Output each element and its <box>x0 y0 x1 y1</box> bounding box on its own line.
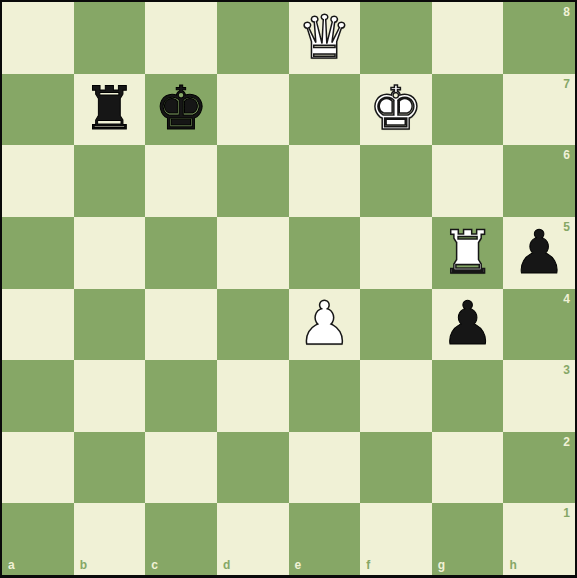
square-e1[interactable]: e <box>289 503 361 575</box>
square-f8[interactable] <box>360 2 432 74</box>
square-h7[interactable]: 7 <box>503 74 575 146</box>
square-b7[interactable]: ♜ <box>74 74 146 146</box>
rank-label-8: 8 <box>563 6 570 18</box>
square-d5[interactable] <box>217 217 289 289</box>
piece-white-king-f7[interactable]: ♚ <box>369 78 423 138</box>
file-label-e: e <box>295 559 302 571</box>
square-g5[interactable]: ♜ <box>432 217 504 289</box>
square-f5[interactable] <box>360 217 432 289</box>
square-b1[interactable]: b <box>74 503 146 575</box>
piece-white-rook-g5[interactable]: ♜ <box>441 222 495 282</box>
square-e3[interactable] <box>289 360 361 432</box>
square-e7[interactable] <box>289 74 361 146</box>
square-c6[interactable] <box>145 145 217 217</box>
square-f7[interactable]: ♚ <box>360 74 432 146</box>
square-h5[interactable]: 5♟ <box>503 217 575 289</box>
square-c8[interactable] <box>145 2 217 74</box>
square-e2[interactable] <box>289 432 361 504</box>
square-d1[interactable]: d <box>217 503 289 575</box>
square-h2[interactable]: 2 <box>503 432 575 504</box>
square-a5[interactable] <box>2 217 74 289</box>
file-label-c: c <box>151 559 158 571</box>
square-b6[interactable] <box>74 145 146 217</box>
chess-board: ♛8♜♚♚76♜5♟♟♟432abcdefg1h <box>0 0 577 578</box>
file-label-a: a <box>8 559 15 571</box>
square-a6[interactable] <box>2 145 74 217</box>
square-a1[interactable]: a <box>2 503 74 575</box>
piece-black-rook-b7[interactable]: ♜ <box>83 78 137 138</box>
square-h8[interactable]: 8 <box>503 2 575 74</box>
square-c3[interactable] <box>145 360 217 432</box>
square-c7[interactable]: ♚ <box>145 74 217 146</box>
piece-white-queen-e8[interactable]: ♛ <box>297 7 351 67</box>
square-c5[interactable] <box>145 217 217 289</box>
square-b8[interactable] <box>74 2 146 74</box>
square-h4[interactable]: 4 <box>503 289 575 361</box>
square-a4[interactable] <box>2 289 74 361</box>
square-b4[interactable] <box>74 289 146 361</box>
square-g6[interactable] <box>432 145 504 217</box>
file-label-h: h <box>509 559 516 571</box>
square-h1[interactable]: 1h <box>503 503 575 575</box>
square-g1[interactable]: g <box>432 503 504 575</box>
rank-label-7: 7 <box>563 78 570 90</box>
square-h3[interactable]: 3 <box>503 360 575 432</box>
file-label-d: d <box>223 559 230 571</box>
rank-label-3: 3 <box>563 364 570 376</box>
square-d2[interactable] <box>217 432 289 504</box>
square-e8[interactable]: ♛ <box>289 2 361 74</box>
piece-black-king-c7[interactable]: ♚ <box>154 78 208 138</box>
square-d3[interactable] <box>217 360 289 432</box>
square-f3[interactable] <box>360 360 432 432</box>
square-a7[interactable] <box>2 74 74 146</box>
file-label-b: b <box>80 559 87 571</box>
square-b2[interactable] <box>74 432 146 504</box>
piece-white-pawn-e4[interactable]: ♟ <box>297 293 351 353</box>
rank-label-2: 2 <box>563 436 570 448</box>
file-label-f: f <box>366 559 370 571</box>
square-c1[interactable]: c <box>145 503 217 575</box>
square-g7[interactable] <box>432 74 504 146</box>
square-e6[interactable] <box>289 145 361 217</box>
square-h6[interactable]: 6 <box>503 145 575 217</box>
square-f4[interactable] <box>360 289 432 361</box>
square-g8[interactable] <box>432 2 504 74</box>
square-d8[interactable] <box>217 2 289 74</box>
rank-label-1: 1 <box>563 507 570 519</box>
square-a3[interactable] <box>2 360 74 432</box>
square-d7[interactable] <box>217 74 289 146</box>
square-b5[interactable] <box>74 217 146 289</box>
square-g3[interactable] <box>432 360 504 432</box>
rank-label-4: 4 <box>563 293 570 305</box>
square-f1[interactable]: f <box>360 503 432 575</box>
file-label-g: g <box>438 559 445 571</box>
square-g2[interactable] <box>432 432 504 504</box>
square-a2[interactable] <box>2 432 74 504</box>
piece-black-pawn-h5[interactable]: ♟ <box>512 222 566 282</box>
square-e4[interactable]: ♟ <box>289 289 361 361</box>
square-f2[interactable] <box>360 432 432 504</box>
square-d6[interactable] <box>217 145 289 217</box>
square-b3[interactable] <box>74 360 146 432</box>
square-e5[interactable] <box>289 217 361 289</box>
square-f6[interactable] <box>360 145 432 217</box>
square-d4[interactable] <box>217 289 289 361</box>
square-c2[interactable] <box>145 432 217 504</box>
square-c4[interactable] <box>145 289 217 361</box>
piece-black-pawn-g4[interactable]: ♟ <box>441 293 495 353</box>
rank-label-6: 6 <box>563 149 570 161</box>
square-g4[interactable]: ♟ <box>432 289 504 361</box>
square-a8[interactable] <box>2 2 74 74</box>
